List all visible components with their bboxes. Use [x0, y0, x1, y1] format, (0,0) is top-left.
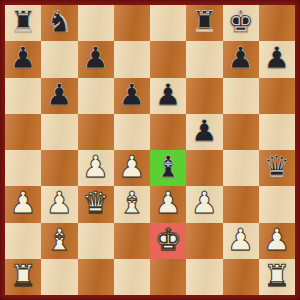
- square-a8[interactable]: ♜: [5, 5, 41, 41]
- square-d4[interactable]: ♟: [114, 150, 150, 186]
- chess-board: ♜♞♜♚♟♟♟♟♟♟♟♟♟♟♝♛♟♟♛♝♟♟♝♚♟♟♜♜: [5, 5, 295, 295]
- square-h4[interactable]: ♛: [259, 150, 295, 186]
- square-g6[interactable]: [223, 78, 259, 114]
- piece-black-king[interactable]: ♚: [227, 7, 254, 37]
- piece-black-knight[interactable]: ♞: [46, 7, 73, 37]
- square-a5[interactable]: [5, 114, 41, 150]
- square-c7[interactable]: ♟: [78, 41, 114, 77]
- square-e6[interactable]: ♟: [150, 78, 186, 114]
- square-c8[interactable]: [78, 5, 114, 41]
- square-f6[interactable]: [186, 78, 222, 114]
- square-e8[interactable]: [150, 5, 186, 41]
- square-d7[interactable]: [114, 41, 150, 77]
- square-e2[interactable]: ♚: [150, 223, 186, 259]
- square-e4[interactable]: ♝: [150, 150, 186, 186]
- square-a1[interactable]: ♜: [5, 259, 41, 295]
- square-g8[interactable]: ♚: [223, 5, 259, 41]
- square-e1[interactable]: [150, 259, 186, 295]
- square-h6[interactable]: [259, 78, 295, 114]
- square-g1[interactable]: [223, 259, 259, 295]
- square-h2[interactable]: ♟: [259, 223, 295, 259]
- square-h8[interactable]: [259, 5, 295, 41]
- square-b7[interactable]: [41, 41, 77, 77]
- piece-white-pawn[interactable]: ♟: [10, 188, 37, 218]
- square-b5[interactable]: [41, 114, 77, 150]
- square-c6[interactable]: [78, 78, 114, 114]
- square-a4[interactable]: [5, 150, 41, 186]
- square-b3[interactable]: ♟: [41, 186, 77, 222]
- piece-black-pawn[interactable]: ♟: [82, 43, 109, 73]
- piece-white-pawn[interactable]: ♟: [82, 152, 109, 182]
- square-g7[interactable]: ♟: [223, 41, 259, 77]
- piece-black-rook[interactable]: ♜: [191, 7, 218, 37]
- piece-white-pawn[interactable]: ♟: [155, 188, 182, 218]
- piece-white-queen[interactable]: ♛: [82, 188, 109, 218]
- piece-black-pawn[interactable]: ♟: [10, 43, 37, 73]
- square-a2[interactable]: [5, 223, 41, 259]
- square-g4[interactable]: [223, 150, 259, 186]
- piece-black-pawn[interactable]: ♟: [118, 80, 145, 110]
- square-e3[interactable]: ♟: [150, 186, 186, 222]
- square-d3[interactable]: ♝: [114, 186, 150, 222]
- square-c2[interactable]: [78, 223, 114, 259]
- piece-white-pawn[interactable]: ♟: [191, 188, 218, 218]
- square-f5[interactable]: ♟: [186, 114, 222, 150]
- piece-black-pawn[interactable]: ♟: [155, 80, 182, 110]
- board-frame: ♜♞♜♚♟♟♟♟♟♟♟♟♟♟♝♛♟♟♛♝♟♟♝♚♟♟♜♜: [0, 0, 300, 300]
- square-d6[interactable]: ♟: [114, 78, 150, 114]
- square-h7[interactable]: ♟: [259, 41, 295, 77]
- square-b1[interactable]: [41, 259, 77, 295]
- square-c1[interactable]: [78, 259, 114, 295]
- piece-white-pawn[interactable]: ♟: [227, 225, 254, 255]
- piece-white-rook[interactable]: ♜: [10, 261, 37, 291]
- piece-white-rook[interactable]: ♜: [263, 261, 290, 291]
- square-f8[interactable]: ♜: [186, 5, 222, 41]
- piece-black-pawn[interactable]: ♟: [263, 43, 290, 73]
- square-e5[interactable]: [150, 114, 186, 150]
- square-c4[interactable]: ♟: [78, 150, 114, 186]
- piece-black-pawn[interactable]: ♟: [227, 43, 254, 73]
- square-d5[interactable]: [114, 114, 150, 150]
- piece-white-bishop[interactable]: ♝: [118, 188, 145, 218]
- piece-white-bishop[interactable]: ♝: [46, 225, 73, 255]
- square-b8[interactable]: ♞: [41, 5, 77, 41]
- square-d1[interactable]: [114, 259, 150, 295]
- piece-black-queen[interactable]: ♛: [263, 152, 290, 182]
- square-b6[interactable]: ♟: [41, 78, 77, 114]
- square-a3[interactable]: ♟: [5, 186, 41, 222]
- piece-white-pawn[interactable]: ♟: [46, 188, 73, 218]
- square-a6[interactable]: [5, 78, 41, 114]
- square-f1[interactable]: [186, 259, 222, 295]
- square-c3[interactable]: ♛: [78, 186, 114, 222]
- square-h3[interactable]: [259, 186, 295, 222]
- piece-black-bishop[interactable]: ♝: [155, 152, 182, 182]
- square-g5[interactable]: [223, 114, 259, 150]
- piece-white-king[interactable]: ♚: [155, 225, 182, 255]
- square-b4[interactable]: [41, 150, 77, 186]
- square-g3[interactable]: [223, 186, 259, 222]
- piece-white-pawn[interactable]: ♟: [118, 152, 145, 182]
- square-h5[interactable]: [259, 114, 295, 150]
- square-d8[interactable]: [114, 5, 150, 41]
- square-e7[interactable]: [150, 41, 186, 77]
- square-d2[interactable]: [114, 223, 150, 259]
- square-f7[interactable]: [186, 41, 222, 77]
- square-h1[interactable]: ♜: [259, 259, 295, 295]
- square-c5[interactable]: [78, 114, 114, 150]
- piece-white-pawn[interactable]: ♟: [263, 225, 290, 255]
- square-g2[interactable]: ♟: [223, 223, 259, 259]
- piece-black-pawn[interactable]: ♟: [191, 116, 218, 146]
- piece-black-rook[interactable]: ♜: [10, 7, 37, 37]
- square-f4[interactable]: [186, 150, 222, 186]
- piece-black-pawn[interactable]: ♟: [46, 80, 73, 110]
- square-f2[interactable]: [186, 223, 222, 259]
- square-a7[interactable]: ♟: [5, 41, 41, 77]
- square-f3[interactable]: ♟: [186, 186, 222, 222]
- square-b2[interactable]: ♝: [41, 223, 77, 259]
